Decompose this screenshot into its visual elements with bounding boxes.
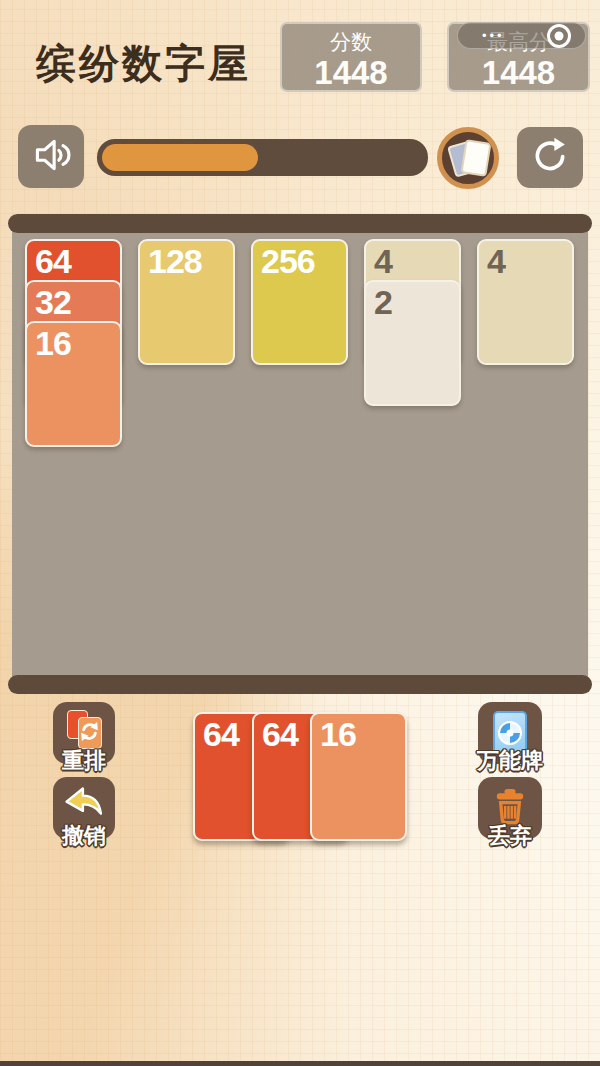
score-label: 分数	[282, 28, 420, 56]
board-card[interactable]: 4	[477, 239, 574, 365]
more-dots-icon[interactable]: •••	[482, 29, 505, 42]
discard-button[interactable]: 丢弃	[478, 777, 542, 839]
best-score-value: 1448	[449, 56, 588, 91]
exit-circle-icon[interactable]	[547, 24, 571, 48]
undo-button[interactable]: 撤销	[53, 777, 115, 839]
bottom-edge-bar	[0, 1061, 600, 1066]
reshuffle-button[interactable]: 重排	[53, 702, 115, 764]
board-card[interactable]: 128	[138, 239, 235, 365]
sound-button[interactable]	[18, 125, 84, 188]
game-screen: 缤纷数字屋 分数 1448 最高分 1448 •••	[0, 0, 600, 1066]
hand-card[interactable]: 16	[310, 712, 407, 841]
score-value: 1448	[282, 56, 420, 91]
board-bottom-bar	[8, 675, 592, 694]
restart-button[interactable]	[517, 127, 583, 188]
app-title: 缤纷数字屋	[36, 36, 251, 91]
undo-label: 撤销	[62, 821, 106, 851]
level-progress-bar	[97, 139, 428, 176]
board-top-bar	[8, 214, 592, 233]
board-card[interactable]: 256	[251, 239, 348, 365]
speaker-icon	[28, 132, 74, 182]
board-card[interactable]: 2	[364, 280, 461, 406]
score-box: 分数 1448	[280, 22, 422, 92]
wildcard-button[interactable]: 万能牌	[478, 702, 542, 764]
refresh-icon	[528, 134, 572, 182]
board-card[interactable]: 16	[25, 321, 122, 447]
deck-indicator[interactable]	[437, 127, 499, 189]
miniprogram-capsule[interactable]: •••	[457, 22, 586, 49]
reshuffle-label: 重排	[62, 746, 106, 776]
game-board: 64 32 16 128 256 4 2 4	[8, 214, 592, 694]
progress-fill	[102, 144, 258, 171]
discard-label: 丢弃	[488, 821, 532, 851]
wildcard-label: 万能牌	[477, 746, 543, 776]
